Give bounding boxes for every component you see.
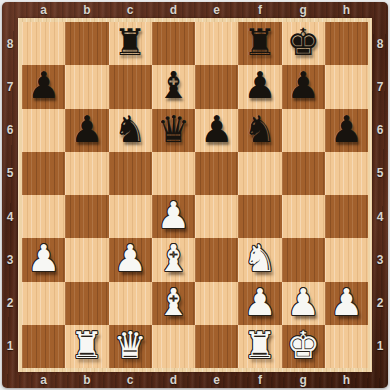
square-e8[interactable] (195, 22, 238, 65)
square-e5[interactable] (195, 152, 238, 195)
square-c1[interactable]: ♛ (109, 325, 152, 368)
piece-white-bishop[interactable]: ♝ (152, 281, 195, 324)
file-label-e: e (195, 372, 238, 388)
piece-white-pawn[interactable]: ♟ (109, 237, 152, 280)
square-e1[interactable] (195, 325, 238, 368)
piece-black-bishop[interactable]: ♝ (152, 64, 195, 107)
piece-white-king[interactable]: ♚ (282, 324, 325, 367)
square-g4[interactable] (282, 195, 325, 238)
piece-black-knight[interactable]: ♞ (238, 108, 281, 151)
square-d8[interactable] (152, 22, 195, 65)
rank-label-6: 6 (372, 109, 388, 152)
square-h5[interactable] (325, 152, 368, 195)
file-label-c: c (109, 372, 152, 388)
square-e6[interactable]: ♟ (195, 109, 238, 152)
square-h8[interactable] (325, 22, 368, 65)
file-label-d: d (152, 372, 195, 388)
square-b5[interactable] (65, 152, 108, 195)
rank-label-4: 4 (372, 195, 388, 238)
piece-black-knight[interactable]: ♞ (109, 108, 152, 151)
piece-black-pawn[interactable]: ♟ (65, 108, 108, 151)
square-b1[interactable]: ♜ (65, 325, 108, 368)
file-label-g: g (282, 2, 325, 18)
rank-label-5: 5 (2, 152, 18, 195)
piece-white-pawn[interactable]: ♟ (282, 281, 325, 324)
file-label-a: a (22, 372, 65, 388)
square-f4[interactable] (238, 195, 281, 238)
square-g5[interactable] (282, 152, 325, 195)
file-labels-top: abcdefgh (22, 2, 368, 18)
square-h7[interactable] (325, 65, 368, 108)
square-c4[interactable] (109, 195, 152, 238)
piece-white-bishop[interactable]: ♝ (152, 237, 195, 280)
piece-black-pawn[interactable]: ♟ (238, 64, 281, 107)
square-a6[interactable] (22, 109, 65, 152)
square-a5[interactable] (22, 152, 65, 195)
piece-black-pawn[interactable]: ♟ (22, 64, 65, 107)
rank-label-7: 7 (2, 65, 18, 108)
piece-black-rook[interactable]: ♜ (109, 21, 152, 64)
square-g3[interactable] (282, 238, 325, 281)
square-g6[interactable] (282, 109, 325, 152)
square-c7[interactable] (109, 65, 152, 108)
square-c2[interactable] (109, 282, 152, 325)
square-f7[interactable]: ♟ (238, 65, 281, 108)
rank-label-7: 7 (372, 65, 388, 108)
square-a3[interactable]: ♟ (22, 238, 65, 281)
square-a8[interactable] (22, 22, 65, 65)
piece-white-queen[interactable]: ♛ (109, 324, 152, 367)
piece-white-pawn[interactable]: ♟ (22, 237, 65, 280)
square-d5[interactable] (152, 152, 195, 195)
file-labels-bottom: abcdefgh (22, 372, 368, 388)
square-f2[interactable]: ♟ (238, 282, 281, 325)
piece-white-knight[interactable]: ♞ (238, 237, 281, 280)
square-e3[interactable] (195, 238, 238, 281)
piece-black-rook[interactable]: ♜ (238, 21, 281, 64)
square-b3[interactable] (65, 238, 108, 281)
square-f8[interactable]: ♜ (238, 22, 281, 65)
piece-white-rook[interactable]: ♜ (238, 324, 281, 367)
piece-white-rook[interactable]: ♜ (65, 324, 108, 367)
square-h6[interactable]: ♟ (325, 109, 368, 152)
file-label-e: e (195, 2, 238, 18)
square-d3[interactable]: ♝ (152, 238, 195, 281)
file-label-h: h (325, 2, 368, 18)
square-b7[interactable] (65, 65, 108, 108)
square-h1[interactable] (325, 325, 368, 368)
square-h3[interactable] (325, 238, 368, 281)
file-label-c: c (109, 2, 152, 18)
square-f3[interactable]: ♞ (238, 238, 281, 281)
rank-label-3: 3 (2, 238, 18, 281)
board-inner-border: ♜♜♚♟♝♟♟♟♞♛♟♞♟♟♟♟♝♞♝♟♟♟♜♛♜♚ (18, 18, 372, 372)
square-b6[interactable]: ♟ (65, 109, 108, 152)
square-a2[interactable] (22, 282, 65, 325)
piece-black-queen[interactable]: ♛ (152, 108, 195, 151)
square-a4[interactable] (22, 195, 65, 238)
square-f6[interactable]: ♞ (238, 109, 281, 152)
chess-board: abcdefgh abcdefgh 87654321 87654321 ♜♜♚♟… (2, 2, 388, 388)
square-h4[interactable] (325, 195, 368, 238)
file-label-g: g (282, 372, 325, 388)
square-g1[interactable]: ♚ (282, 325, 325, 368)
file-label-b: b (65, 2, 108, 18)
piece-black-pawn[interactable]: ♟ (195, 108, 238, 151)
file-label-b: b (65, 372, 108, 388)
square-d6[interactable]: ♛ (152, 109, 195, 152)
file-label-a: a (22, 2, 65, 18)
square-e2[interactable] (195, 282, 238, 325)
square-d1[interactable] (152, 325, 195, 368)
rank-labels-left: 87654321 (2, 22, 18, 368)
square-g8[interactable]: ♚ (282, 22, 325, 65)
square-h2[interactable]: ♟ (325, 282, 368, 325)
rank-label-6: 6 (2, 109, 18, 152)
piece-white-pawn[interactable]: ♟ (325, 281, 368, 324)
file-label-h: h (325, 372, 368, 388)
rank-label-2: 2 (372, 282, 388, 325)
square-c5[interactable] (109, 152, 152, 195)
piece-black-pawn[interactable]: ♟ (325, 108, 368, 151)
square-b2[interactable] (65, 282, 108, 325)
file-label-d: d (152, 2, 195, 18)
square-c8[interactable]: ♜ (109, 22, 152, 65)
square-a7[interactable]: ♟ (22, 65, 65, 108)
piece-white-pawn[interactable]: ♟ (152, 194, 195, 237)
file-label-f: f (238, 372, 281, 388)
rank-label-2: 2 (2, 282, 18, 325)
rank-label-1: 1 (372, 325, 388, 368)
piece-black-king[interactable]: ♚ (282, 21, 325, 64)
rank-label-8: 8 (2, 22, 18, 65)
rank-label-4: 4 (2, 195, 18, 238)
square-c6[interactable]: ♞ (109, 109, 152, 152)
square-g7[interactable]: ♟ (282, 65, 325, 108)
square-e4[interactable] (195, 195, 238, 238)
square-d7[interactable]: ♝ (152, 65, 195, 108)
rank-labels-right: 87654321 (372, 22, 388, 368)
square-f5[interactable] (238, 152, 281, 195)
square-f1[interactable]: ♜ (238, 325, 281, 368)
square-a1[interactable] (22, 325, 65, 368)
square-c3[interactable]: ♟ (109, 238, 152, 281)
square-b4[interactable] (65, 195, 108, 238)
piece-white-pawn[interactable]: ♟ (238, 281, 281, 324)
square-b8[interactable] (65, 22, 108, 65)
rank-label-8: 8 (372, 22, 388, 65)
square-e7[interactable] (195, 65, 238, 108)
square-d4[interactable]: ♟ (152, 195, 195, 238)
rank-label-3: 3 (372, 238, 388, 281)
file-label-f: f (238, 2, 281, 18)
square-d2[interactable]: ♝ (152, 282, 195, 325)
square-g2[interactable]: ♟ (282, 282, 325, 325)
board-grid: ♜♜♚♟♝♟♟♟♞♛♟♞♟♟♟♟♝♞♝♟♟♟♜♛♜♚ (22, 22, 368, 368)
rank-label-5: 5 (372, 152, 388, 195)
piece-black-pawn[interactable]: ♟ (282, 64, 325, 107)
rank-label-1: 1 (2, 325, 18, 368)
